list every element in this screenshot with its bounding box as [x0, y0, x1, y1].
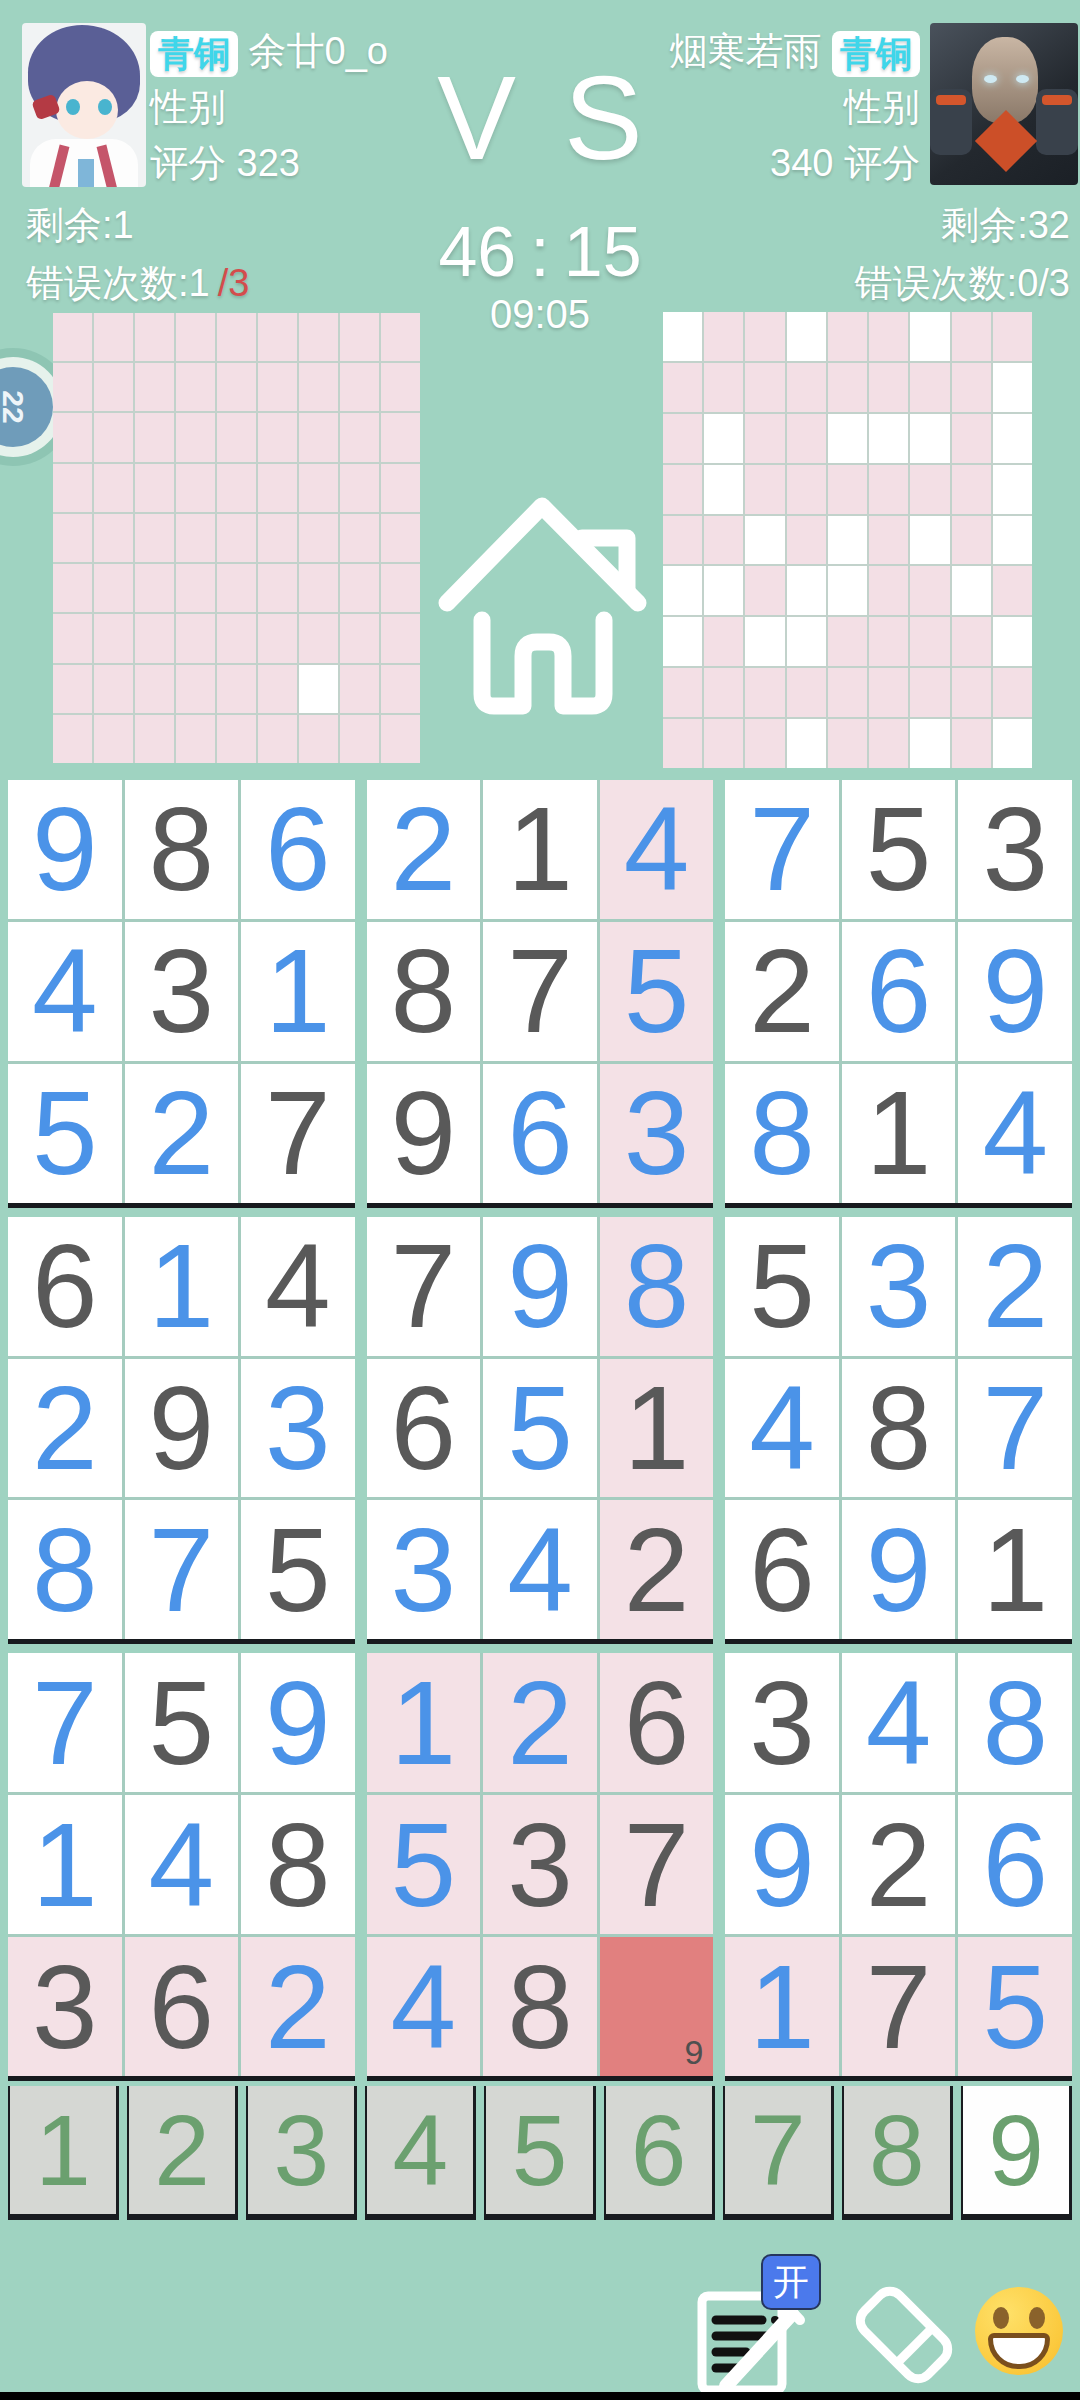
mini-board-cell: [910, 312, 949, 361]
mini-board-cell: [217, 464, 256, 512]
cell-digit: 6: [749, 1502, 815, 1638]
mini-board-cell: [94, 614, 133, 662]
home-icon: [425, 468, 660, 718]
rating-label: 评分: [844, 142, 920, 184]
smiley-eye: [1029, 2307, 1045, 2329]
mini-board-cell: [258, 514, 297, 562]
mini-board-cell: [952, 312, 991, 361]
mini-board-cell: [869, 363, 908, 412]
errors-label: 错误次数:: [855, 262, 1018, 304]
mini-board-cell: [663, 668, 702, 717]
mini-board-cell: [704, 414, 743, 463]
sudoku-cell-r5c5[interactable]: 5: [483, 1359, 597, 1498]
mini-board-cell: [952, 719, 991, 768]
numpad-key-8[interactable]: 8: [842, 2086, 953, 2214]
sudoku-cell-r1c1[interactable]: 9: [8, 780, 122, 919]
home-button[interactable]: [425, 468, 660, 718]
mini-board-cell: [952, 465, 991, 514]
sudoku-cell-r6c8[interactable]: 9: [842, 1500, 956, 1639]
sudoku-cell-r6c9[interactable]: 1: [958, 1500, 1072, 1639]
sudoku-cell-r4c9[interactable]: 2: [958, 1217, 1072, 1356]
cell-digit: 3: [749, 1655, 815, 1791]
sudoku-cell-r2c3[interactable]: 1: [241, 922, 355, 1061]
sudoku-cell-r8c8[interactable]: 2: [842, 1795, 956, 1934]
sudoku-cell-r2c9[interactable]: 9: [958, 922, 1072, 1061]
sudoku-cell-r8c5[interactable]: 3: [483, 1795, 597, 1934]
mini-board-cell: [952, 566, 991, 615]
mini-board-cell: [704, 516, 743, 565]
right-player-name: 烟寒若雨: [669, 30, 821, 72]
mini-board-cell: [952, 516, 991, 565]
bottom-screen-bar: [0, 2392, 1080, 2400]
mini-board-cell: [745, 668, 784, 717]
mini-board-cell: [53, 464, 92, 512]
sudoku-cell-r4c2[interactable]: 1: [125, 1217, 239, 1356]
mini-board-cell: [176, 614, 215, 662]
mini-board-cell: [952, 668, 991, 717]
mini-board-cell: [993, 617, 1032, 666]
mini-board-cell: [340, 363, 379, 411]
mini-board-cell: [135, 363, 174, 411]
sudoku-cell-r5c2[interactable]: 9: [125, 1359, 239, 1498]
sudoku-cell-r2c8[interactable]: 6: [842, 922, 956, 1061]
cell-digit: 1: [32, 1797, 98, 1933]
mini-board-cell: [828, 363, 867, 412]
sudoku-cell-r8c9[interactable]: 6: [958, 1795, 1072, 1934]
sudoku-box: 126537489: [367, 1653, 714, 2076]
cell-digit: 6: [149, 1939, 215, 2075]
mini-board-cell: [910, 414, 949, 463]
sudoku-cell-r5c9[interactable]: 7: [958, 1359, 1072, 1498]
sudoku-cell-r7c1[interactable]: 7: [8, 1653, 122, 1792]
mini-board-cell: [176, 313, 215, 361]
mini-board-cell: [663, 516, 702, 565]
mini-board-cell: [217, 715, 256, 763]
sudoku-cell-r8c2[interactable]: 4: [125, 1795, 239, 1934]
sudoku-cell-r4c1[interactable]: 6: [8, 1217, 122, 1356]
sudoku-cell-r3c7[interactable]: 8: [725, 1064, 839, 1203]
mini-board-cell: [910, 363, 949, 412]
sudoku-cell-r8c3[interactable]: 8: [241, 1795, 355, 1934]
mini-board-cell: [176, 514, 215, 562]
mini-board-cell: [340, 413, 379, 461]
avatar-glow-eye: [984, 75, 997, 83]
sudoku-cell-r9c3[interactable]: 2: [241, 1937, 355, 2076]
numpad-key-6[interactable]: 6: [604, 2086, 715, 2214]
timer-seconds: 15: [564, 213, 642, 291]
mini-board-cell: [258, 413, 297, 461]
mini-board-cell: [94, 514, 133, 562]
number-pad: 123456789: [8, 2086, 1072, 2214]
mini-board-cell: [135, 665, 174, 713]
mini-board-cell: [381, 665, 420, 713]
sudoku-cell-r2c1[interactable]: 4: [8, 922, 122, 1061]
mini-board-cell: [993, 566, 1032, 615]
mini-board-cell: [787, 719, 826, 768]
smiley-mouth: [988, 2333, 1050, 2369]
sudoku-cell-r7c3[interactable]: 9: [241, 1653, 355, 1792]
mini-board-cell: [135, 464, 174, 512]
sudoku-cell-r7c7[interactable]: 3: [725, 1653, 839, 1792]
eraser-button[interactable]: [845, 2276, 963, 2394]
mini-board-cell: [704, 668, 743, 717]
sudoku-cell-r9c1[interactable]: 3: [8, 1937, 122, 2076]
mini-board-cell: [381, 363, 420, 411]
mini-board-cell: [176, 413, 215, 461]
cell-digit: 5: [32, 1065, 98, 1201]
cell-digit: 2: [749, 923, 815, 1059]
mini-board-cell: [381, 413, 420, 461]
cell-digit: 6: [507, 1065, 573, 1201]
cell-digit: 1: [624, 1360, 690, 1496]
mini-board-cell: [787, 566, 826, 615]
cell-digit: 9: [149, 1360, 215, 1496]
sudoku-cell-r6c3[interactable]: 5: [241, 1500, 355, 1639]
sudoku-cell-r9c2[interactable]: 6: [125, 1937, 239, 2076]
mini-board-cell: [381, 614, 420, 662]
cell-digit: 4: [866, 1655, 932, 1791]
sudoku-cell-r3c4[interactable]: 9: [367, 1064, 481, 1203]
mini-board-cell: [828, 566, 867, 615]
sudoku-cell-r1c6[interactable]: 4: [600, 780, 714, 919]
mini-board-cell: [94, 564, 133, 612]
mini-board-cell: [217, 363, 256, 411]
mini-board-cell: [94, 413, 133, 461]
mini-board-cell: [745, 414, 784, 463]
mini-board-cell: [869, 566, 908, 615]
mini-board-cell: [53, 313, 92, 361]
cell-digit: 2: [982, 1218, 1048, 1354]
mini-board-cell: [663, 719, 702, 768]
mini-board-cell: [787, 668, 826, 717]
sudoku-cell-r7c5[interactable]: 2: [483, 1653, 597, 1792]
sudoku-cell-r4c5[interactable]: 9: [483, 1217, 597, 1356]
sudoku-box: 798651342: [367, 1217, 714, 1640]
cell-digit: 5: [749, 1218, 815, 1354]
mini-board-cell: [952, 414, 991, 463]
mini-board-cell: [910, 566, 949, 615]
cell-digit: 4: [624, 781, 690, 917]
mini-board-cell: [94, 665, 133, 713]
pencil-mark: 9: [684, 2033, 703, 2072]
cell-digit: 2: [391, 781, 457, 917]
mini-board-cell: [828, 668, 867, 717]
sudoku-cell-r2c7[interactable]: 2: [725, 922, 839, 1061]
mini-board-cell: [910, 668, 949, 717]
mini-board-cell: [299, 564, 338, 612]
mini-board-cell: [828, 465, 867, 514]
sudoku-cell-r4c3[interactable]: 4: [241, 1217, 355, 1356]
sudoku-cell-r9c8[interactable]: 7: [842, 1937, 956, 2076]
cell-digit: 4: [32, 923, 98, 1059]
mini-board-cell: [340, 514, 379, 562]
mini-board-cell: [787, 312, 826, 361]
sudoku-cell-r9c7[interactable]: 1: [725, 1937, 839, 2076]
sudoku-cell-r8c1[interactable]: 1: [8, 1795, 122, 1934]
cell-digit: 4: [391, 1939, 457, 2075]
smiley-eye: [993, 2307, 1009, 2329]
notes-toggle-button[interactable]: 开: [688, 2268, 813, 2396]
mini-board-cell: [828, 414, 867, 463]
notes-on-badge: 开: [761, 2254, 821, 2310]
mini-board-cell: [258, 564, 297, 612]
avatar-chest-plate: [975, 110, 1037, 172]
cell-digit: 8: [391, 923, 457, 1059]
mini-board-cell: [787, 465, 826, 514]
mini-board-cell: [299, 413, 338, 461]
mini-board-cell: [993, 465, 1032, 514]
numpad-key-4[interactable]: 4: [365, 2086, 476, 2214]
mini-board-cell: [299, 313, 338, 361]
sudoku-box: 614293875: [8, 1217, 355, 1640]
cell-digit: 9: [391, 1065, 457, 1201]
sudoku-cell-r5c1[interactable]: 2: [8, 1359, 122, 1498]
mini-board-cell: [258, 715, 297, 763]
mini-board-cell: [745, 465, 784, 514]
sudoku-box: 986431527: [8, 780, 355, 1203]
mini-board-cell: [176, 665, 215, 713]
mini-board-cell: [869, 414, 908, 463]
sudoku-cell-r8c4[interactable]: 5: [367, 1795, 481, 1934]
cell-digit: 7: [866, 1939, 932, 2075]
cell-digit: 2: [507, 1655, 573, 1791]
sudoku-cell-r8c7[interactable]: 9: [725, 1795, 839, 1934]
mini-board-cell: [704, 465, 743, 514]
timer-minutes: 46: [438, 213, 516, 291]
cell-digit: 2: [624, 1502, 690, 1638]
sudoku-cell-r6c5[interactable]: 4: [483, 1500, 597, 1639]
mini-board-cell: [663, 312, 702, 361]
numpad-key-9[interactable]: 9: [961, 2086, 1072, 2214]
sudoku-cell-r1c4[interactable]: 2: [367, 780, 481, 919]
cell-digit: 6: [32, 1218, 98, 1354]
mini-board-cell: [299, 715, 338, 763]
mini-board-cell: [828, 617, 867, 666]
sudoku-board: 9864315272148759637532698146142938757986…: [8, 780, 1072, 2076]
cell-digit: 7: [507, 923, 573, 1059]
cell-digit: 1: [265, 923, 331, 1059]
numpad-key-2[interactable]: 2: [127, 2086, 238, 2214]
sudoku-cell-r1c7[interactable]: 7: [725, 780, 839, 919]
sudoku-cell-r4c7[interactable]: 5: [725, 1217, 839, 1356]
side-badge-number: 22: [0, 390, 30, 423]
sudoku-cell-r3c5[interactable]: 6: [483, 1064, 597, 1203]
sudoku-cell-r6c4[interactable]: 3: [367, 1500, 481, 1639]
sudoku-cell-r2c2[interactable]: 3: [125, 922, 239, 1061]
mini-board-cell: [828, 516, 867, 565]
sudoku-cell-r1c9[interactable]: 3: [958, 780, 1072, 919]
right-player-rating-line: 340 评分: [669, 138, 920, 194]
mini-board-cell: [704, 719, 743, 768]
sudoku-cell-r2c6[interactable]: 5: [600, 922, 714, 1061]
cell-digit: 2: [32, 1360, 98, 1496]
mini-board-cell: [258, 614, 297, 662]
sudoku-cell-r3c9[interactable]: 4: [958, 1064, 1072, 1203]
cell-digit: 7: [149, 1502, 215, 1638]
cell-digit: 3: [982, 781, 1048, 917]
cell-digit: 3: [507, 1797, 573, 1933]
emoji-button[interactable]: [975, 2287, 1063, 2375]
sudoku-cell-r3c3[interactable]: 7: [241, 1064, 355, 1203]
remaining-value: 32: [1028, 204, 1070, 246]
mini-board-cell: [828, 719, 867, 768]
cell-digit: 4: [982, 1065, 1048, 1201]
cell-digit: 5: [507, 1360, 573, 1496]
mini-board-cell: [910, 617, 949, 666]
mini-board-cell: [53, 715, 92, 763]
sudoku-cell-r6c1[interactable]: 8: [8, 1500, 122, 1639]
mini-board-cell: [381, 464, 420, 512]
sudoku-cell-r7c4[interactable]: 1: [367, 1653, 481, 1792]
sudoku-cell-r9c6[interactable]: 9: [600, 1937, 714, 2076]
mini-board-cell: [869, 312, 908, 361]
mini-board-cell: [217, 614, 256, 662]
sudoku-cell-r6c6[interactable]: 2: [600, 1500, 714, 1639]
sudoku-cell-r5c6[interactable]: 1: [600, 1359, 714, 1498]
cell-digit: 7: [265, 1065, 331, 1201]
sudoku-cell-r1c3[interactable]: 6: [241, 780, 355, 919]
sudoku-cell-r4c8[interactable]: 3: [842, 1217, 956, 1356]
sudoku-cell-r3c6[interactable]: 3: [600, 1064, 714, 1203]
mini-board-cell: [381, 514, 420, 562]
cell-digit: 6: [391, 1360, 457, 1496]
cell-digit: 7: [982, 1360, 1048, 1496]
right-player-avatar: [930, 23, 1078, 185]
cell-digit: 1: [391, 1655, 457, 1791]
cell-digit: 7: [749, 781, 815, 917]
cell-digit: 8: [982, 1655, 1048, 1791]
cell-digit: 9: [982, 923, 1048, 1059]
right-errors-line: 错误次数:0/3: [855, 256, 1070, 314]
sudoku-cell-r1c8[interactable]: 5: [842, 780, 956, 919]
right-player-rank-badge: 青铜: [832, 31, 920, 77]
cell-digit: 5: [265, 1502, 331, 1638]
mini-board-cell: [53, 564, 92, 612]
sudoku-cell-r3c8[interactable]: 1: [842, 1064, 956, 1203]
avatar-shoulder: [930, 89, 972, 155]
sudoku-cell-r8c6[interactable]: 7: [600, 1795, 714, 1934]
mini-board-cell: [217, 514, 256, 562]
sudoku-cell-r2c4[interactable]: 8: [367, 922, 481, 1061]
right-player-name-line: 烟寒若雨 青铜: [669, 26, 920, 82]
numpad-key-1[interactable]: 1: [8, 2086, 119, 2214]
mini-board-cell: [94, 715, 133, 763]
mini-board-cell: [299, 363, 338, 411]
mini-board-cell: [704, 363, 743, 412]
mini-board-cell: [217, 313, 256, 361]
mini-board-cell: [745, 617, 784, 666]
mini-board-cell: [135, 715, 174, 763]
mini-board-cell: [340, 313, 379, 361]
sudoku-box: 532487691: [725, 1217, 1072, 1640]
sudoku-cell-r5c3[interactable]: 3: [241, 1359, 355, 1498]
sudoku-cell-r2c5[interactable]: 7: [483, 922, 597, 1061]
cell-digit: 8: [32, 1502, 98, 1638]
mini-board-cell: [299, 665, 338, 713]
sudoku-cell-r5c4[interactable]: 6: [367, 1359, 481, 1498]
cell-digit: 2: [866, 1797, 932, 1933]
cell-digit: 7: [624, 1797, 690, 1933]
cell-digit: 3: [265, 1360, 331, 1496]
sudoku-cell-r4c4[interactable]: 7: [367, 1217, 481, 1356]
cell-digit: 3: [149, 923, 215, 1059]
cell-digit: 6: [982, 1797, 1048, 1933]
cell-digit: 8: [507, 1939, 573, 2075]
mini-board-cell: [952, 617, 991, 666]
mini-board-cell: [910, 465, 949, 514]
mini-board-cell: [94, 464, 133, 512]
sudoku-box: 348926175: [725, 1653, 1072, 2076]
sudoku-cell-r6c2[interactable]: 7: [125, 1500, 239, 1639]
sudoku-cell-r5c8[interactable]: 8: [842, 1359, 956, 1498]
numpad-key-5[interactable]: 5: [484, 2086, 595, 2214]
sudoku-cell-r1c2[interactable]: 8: [125, 780, 239, 919]
cell-digit: 7: [32, 1655, 98, 1791]
mini-board-cell: [828, 312, 867, 361]
cell-digit: 2: [265, 1939, 331, 2075]
sudoku-cell-r3c1[interactable]: 5: [8, 1064, 122, 1203]
mini-board-cell: [663, 363, 702, 412]
cell-digit: 1: [149, 1218, 215, 1354]
mini-board-cell: [340, 715, 379, 763]
mini-board-cell: [745, 312, 784, 361]
eraser-icon: [845, 2276, 963, 2394]
sudoku-cell-r9c5[interactable]: 8: [483, 1937, 597, 2076]
mini-board-cell: [94, 313, 133, 361]
mini-board-cell: [53, 614, 92, 662]
cell-digit: 6: [624, 1655, 690, 1791]
sudoku-cell-r9c4[interactable]: 4: [367, 1937, 481, 2076]
mini-board-cell: [745, 719, 784, 768]
mini-board-cell: [340, 665, 379, 713]
sudoku-cell-r3c2[interactable]: 2: [125, 1064, 239, 1203]
mini-board-cell: [381, 715, 420, 763]
sudoku-cell-r4c6[interactable]: 8: [600, 1217, 714, 1356]
sudoku-cell-r1c5[interactable]: 1: [483, 780, 597, 919]
numpad-key-3[interactable]: 3: [246, 2086, 357, 2214]
mini-board-cell: [745, 516, 784, 565]
sudoku-cell-r5c7[interactable]: 4: [725, 1359, 839, 1498]
sudoku-cell-r7c9[interactable]: 8: [958, 1653, 1072, 1792]
sudoku-cell-r7c8[interactable]: 4: [842, 1653, 956, 1792]
cell-digit: 8: [749, 1065, 815, 1201]
mini-board-cell: [952, 363, 991, 412]
cell-digit: 1: [866, 1065, 932, 1201]
sudoku-cell-r9c9[interactable]: 5: [958, 1937, 1072, 2076]
mini-board-cell: [704, 566, 743, 615]
sudoku-cell-r7c2[interactable]: 5: [125, 1653, 239, 1792]
mini-board-cell: [704, 617, 743, 666]
cell-digit: 1: [982, 1502, 1048, 1638]
numpad-key-7[interactable]: 7: [723, 2086, 834, 2214]
cell-digit: 3: [391, 1502, 457, 1638]
mini-board-cell: [993, 414, 1032, 463]
cell-digit: 9: [265, 1655, 331, 1791]
mini-board-cell: [217, 413, 256, 461]
cell-digit: 5: [391, 1797, 457, 1933]
sudoku-cell-r7c6[interactable]: 6: [600, 1653, 714, 1792]
sudoku-cell-r6c7[interactable]: 6: [725, 1500, 839, 1639]
cell-digit: 5: [982, 1939, 1048, 2075]
mini-board-cell: [340, 614, 379, 662]
right-player-gender: 性别: [669, 82, 920, 138]
mini-board-cell: [787, 363, 826, 412]
cell-digit: 4: [149, 1797, 215, 1933]
cell-digit: 7: [391, 1218, 457, 1354]
mini-board-cell: [299, 464, 338, 512]
mini-board-cell: [94, 363, 133, 411]
cell-digit: 5: [866, 781, 932, 917]
